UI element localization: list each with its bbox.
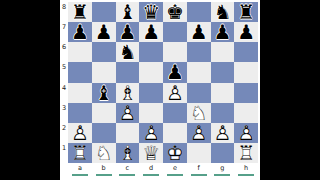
piece-black-pawn[interactable]: ♟ [237,22,255,42]
rank-label-1: 1 [60,144,68,152]
square-b6[interactable] [92,42,116,62]
file-cell-g: g [211,163,235,176]
file-label-d: d [139,164,163,172]
piece-black-rook[interactable]: ♜ [237,2,255,22]
square-d4[interactable] [139,83,163,103]
square-d3[interactable] [139,103,163,123]
rank-label-2: 2 [60,124,68,132]
file-underline-c [119,174,135,176]
piece-outline-layer: ♕ [139,143,163,163]
file-underline-h [238,174,254,176]
file-label-f: f [187,164,211,172]
square-e5[interactable]: ♟ [163,62,187,82]
square-d8[interactable]: ♛ [139,2,163,22]
square-c5[interactable] [116,62,140,82]
square-e8[interactable]: ♚ [163,2,187,22]
piece-black-bishop[interactable]: ♝ [118,2,136,22]
piece-white-pawn[interactable]: ♟♙ [116,103,140,123]
piece-outline-layer: ♙ [68,123,92,143]
square-a5[interactable] [68,62,92,82]
square-b5[interactable] [92,62,116,82]
rank-labels-column: 87654321 [60,2,68,163]
rank-label-3: 3 [60,104,68,112]
square-g4[interactable] [211,83,235,103]
file-cell-d: d [139,163,163,176]
piece-white-pawn[interactable]: ♟♙ [234,123,258,143]
square-a1[interactable]: ♜♖ [68,143,92,163]
square-e2[interactable] [163,123,187,143]
file-underline-e [167,174,183,176]
chess-board-panel: 87654321 ♜♝♛♚♞♜♟♟♟♟♟♟♟♞♟♝♝♗♟♙♟♙♞♘♟♙♟♙♟♙♟… [60,0,260,180]
piece-outline-layer: ♗ [116,143,140,163]
square-a3[interactable] [68,103,92,123]
square-a7[interactable]: ♟ [68,22,92,42]
piece-black-bishop[interactable]: ♝ [95,83,113,103]
video-frame-background: 87654321 ♜♝♛♚♞♜♟♟♟♟♟♟♟♞♟♝♝♗♟♙♟♙♞♘♟♙♟♙♟♙♟… [0,0,320,180]
piece-black-king[interactable]: ♚ [166,2,184,22]
square-f7[interactable]: ♟ [187,22,211,42]
rank-label-4: 4 [60,84,68,92]
square-h6[interactable] [234,42,258,62]
square-h1[interactable]: ♜♖ [234,143,258,163]
rank-label-6: 6 [60,43,68,51]
square-f3[interactable]: ♞♘ [187,103,211,123]
square-c1[interactable]: ♝♗ [116,143,140,163]
file-label-a: a [68,164,92,172]
square-b4[interactable]: ♝ [92,83,116,103]
piece-white-queen[interactable]: ♛♕ [139,143,163,163]
square-d6[interactable] [139,42,163,62]
piece-outline-layer: ♘ [187,103,211,123]
piece-black-rook[interactable]: ♜ [71,2,89,22]
square-d1[interactable]: ♛♕ [139,143,163,163]
piece-outline-layer: ♔ [163,143,187,163]
piece-outline-layer: ♙ [163,83,187,103]
piece-outline-layer: ♖ [68,143,92,163]
square-g7[interactable]: ♟ [211,22,235,42]
piece-white-rook[interactable]: ♜♖ [68,143,92,163]
square-g5[interactable] [211,62,235,82]
piece-black-knight[interactable]: ♞ [213,2,231,22]
piece-outline-layer: ♙ [116,103,140,123]
square-d2[interactable]: ♟♙ [139,123,163,143]
square-b8[interactable] [92,2,116,22]
piece-black-pawn[interactable]: ♟ [142,22,160,42]
file-underline-f [191,174,207,176]
square-h4[interactable] [234,83,258,103]
piece-black-pawn[interactable]: ♟ [71,22,89,42]
piece-outline-layer: ♘ [92,143,116,163]
file-underline-g [214,174,230,176]
square-g6[interactable] [211,42,235,62]
square-f6[interactable] [187,42,211,62]
file-cell-c: c [116,163,140,176]
square-c7[interactable]: ♟ [116,22,140,42]
square-d5[interactable] [139,62,163,82]
piece-white-king[interactable]: ♚♔ [163,143,187,163]
square-h8[interactable]: ♜ [234,2,258,22]
square-e1[interactable]: ♚♔ [163,143,187,163]
square-h7[interactable]: ♟ [234,22,258,42]
file-underline-a [72,174,88,176]
piece-white-bishop[interactable]: ♝♗ [116,83,140,103]
file-cell-e: e [163,163,187,176]
piece-white-pawn[interactable]: ♟♙ [139,123,163,143]
piece-black-pawn[interactable]: ♟ [190,22,208,42]
piece-white-rook[interactable]: ♜♖ [234,143,258,163]
piece-white-bishop[interactable]: ♝♗ [116,143,140,163]
square-c8[interactable]: ♝ [116,2,140,22]
file-label-h: h [234,164,258,172]
square-g2[interactable]: ♟♙ [211,123,235,143]
file-labels-row: abcdefgh [68,163,258,180]
square-a6[interactable] [68,42,92,62]
square-b3[interactable] [92,103,116,123]
square-g8[interactable]: ♞ [211,2,235,22]
square-c4[interactable]: ♝♗ [116,83,140,103]
piece-black-pawn[interactable]: ♟ [118,22,136,42]
piece-outline-layer: ♙ [187,123,211,143]
piece-white-pawn[interactable]: ♟♙ [187,123,211,143]
square-g3[interactable] [211,103,235,123]
square-f1[interactable] [187,143,211,163]
square-e7[interactable] [163,22,187,42]
file-label-c: c [116,164,140,172]
file-underline-b [96,174,112,176]
square-e6[interactable] [163,42,187,62]
piece-outline-layer: ♖ [234,143,258,163]
square-f4[interactable] [187,83,211,103]
piece-white-pawn[interactable]: ♟♙ [68,123,92,143]
piece-white-knight[interactable]: ♞♘ [92,143,116,163]
piece-black-pawn[interactable]: ♟ [166,62,184,82]
piece-outline-layer: ♙ [234,123,258,143]
piece-black-knight[interactable]: ♞ [118,42,136,62]
square-c3[interactable]: ♟♙ [116,103,140,123]
square-b7[interactable]: ♟ [92,22,116,42]
file-cell-f: f [187,163,211,176]
square-e4[interactable]: ♟♙ [163,83,187,103]
square-b1[interactable]: ♞♘ [92,143,116,163]
rank-label-7: 7 [60,23,68,31]
square-a8[interactable]: ♜ [68,2,92,22]
square-c2[interactable] [116,123,140,143]
square-a2[interactable]: ♟♙ [68,123,92,143]
piece-outline-layer: ♗ [116,83,140,103]
piece-white-pawn[interactable]: ♟♙ [163,83,187,103]
square-h2[interactable]: ♟♙ [234,123,258,143]
file-underline-d [143,174,159,176]
file-label-e: e [163,164,187,172]
piece-black-pawn[interactable]: ♟ [95,22,113,42]
square-b2[interactable] [92,123,116,143]
square-d7[interactable]: ♟ [139,22,163,42]
file-label-b: b [92,164,116,172]
file-cell-a: a [68,163,92,176]
piece-outline-layer: ♙ [139,123,163,143]
square-f2[interactable]: ♟♙ [187,123,211,143]
piece-black-queen[interactable]: ♛ [142,2,160,22]
file-cell-h: h [234,163,258,176]
file-cell-b: b [92,163,116,176]
square-e3[interactable] [163,103,187,123]
square-a4[interactable] [68,83,92,103]
piece-white-knight[interactable]: ♞♘ [187,103,211,123]
piece-black-pawn[interactable]: ♟ [213,22,231,42]
square-h3[interactable] [234,103,258,123]
square-c6[interactable]: ♞ [116,42,140,62]
rank-label-5: 5 [60,63,68,71]
square-h5[interactable] [234,62,258,82]
square-f5[interactable] [187,62,211,82]
rank-label-8: 8 [60,3,68,11]
file-label-g: g [211,164,235,172]
piece-outline-layer: ♙ [211,123,235,143]
square-f8[interactable] [187,2,211,22]
chess-board[interactable]: ♜♝♛♚♞♜♟♟♟♟♟♟♟♞♟♝♝♗♟♙♟♙♞♘♟♙♟♙♟♙♟♙♟♙♜♖♞♘♝♗… [68,2,258,163]
square-g1[interactable] [211,143,235,163]
piece-white-pawn[interactable]: ♟♙ [211,123,235,143]
